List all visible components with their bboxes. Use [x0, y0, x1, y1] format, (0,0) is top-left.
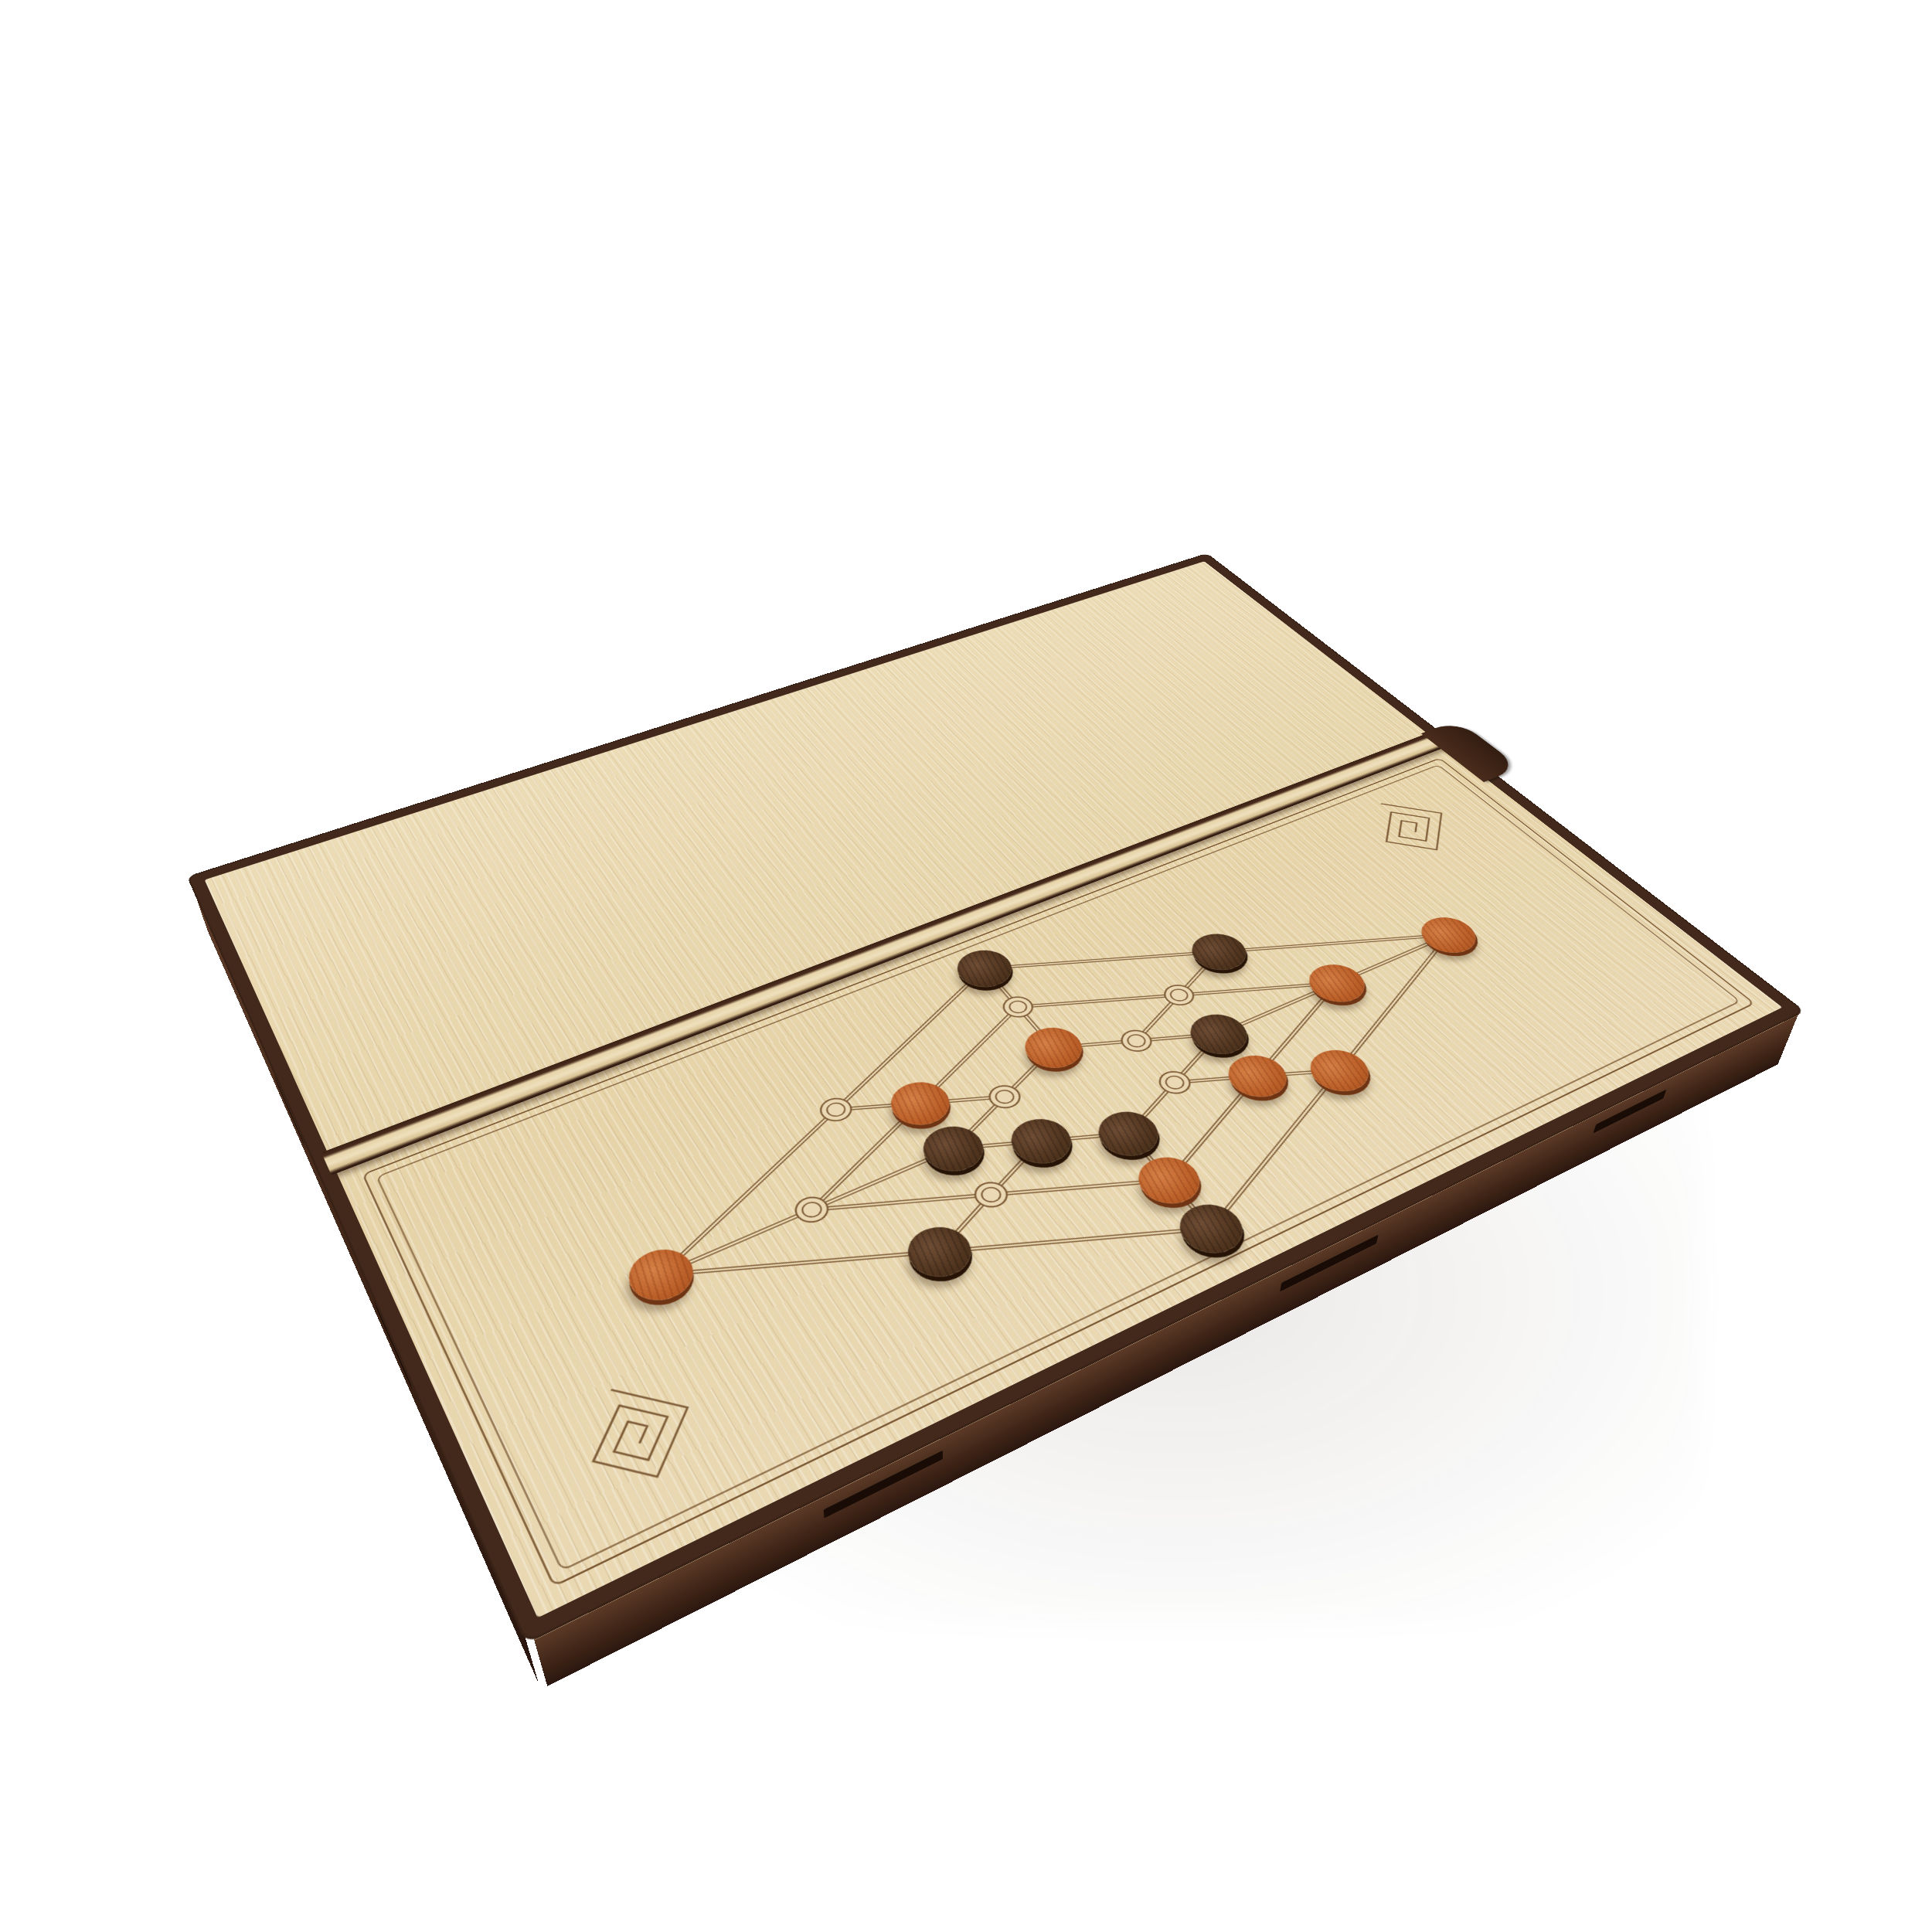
morris-piece-padauk-f4[interactable]	[1298, 958, 1376, 1009]
wall-edge-highlight	[190, 879, 209, 933]
scene: ♜♞♝♛♚♝♞♜♟♟♟♟♟♟♟♟♟♟♟♟♟♟♟♟♜♞♝♛♚♝♞♜	[0, 0, 1932, 1932]
